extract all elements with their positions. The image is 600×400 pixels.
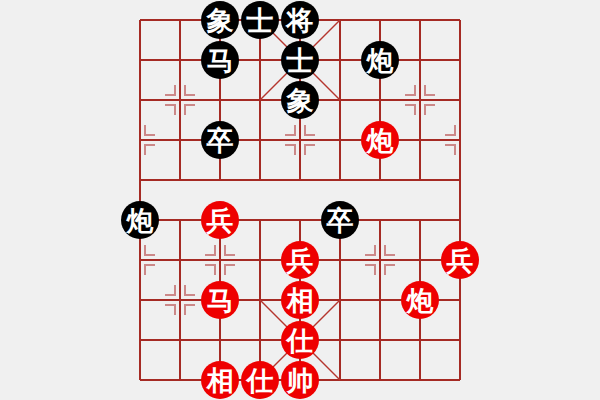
piece-red-pawn[interactable]: 兵: [441, 241, 479, 279]
piece-black-elephant[interactable]: 象: [281, 81, 319, 119]
piece-black-elephant[interactable]: 象: [201, 1, 239, 39]
piece-black-pawn[interactable]: 卒: [201, 121, 239, 159]
piece-black-advisor[interactable]: 士: [241, 1, 279, 39]
piece-black-horse[interactable]: 马: [201, 41, 239, 79]
piece-red-horse[interactable]: 马: [201, 281, 239, 319]
piece-black-pawn[interactable]: 卒: [321, 201, 359, 239]
piece-red-cannon[interactable]: 炮: [361, 121, 399, 159]
xiangqi-board-area: 象士将马士炮象卒炮炮兵卒兵兵马相炮仕相仕帅: [0, 0, 600, 400]
piece-black-cannon[interactable]: 炮: [121, 201, 159, 239]
piece-black-cannon[interactable]: 炮: [361, 41, 399, 79]
piece-red-general[interactable]: 帅: [281, 361, 319, 399]
piece-red-advisor[interactable]: 仕: [281, 321, 319, 359]
pieces-layer: 象士将马士炮象卒炮炮兵卒兵兵马相炮仕相仕帅: [0, 0, 600, 400]
piece-black-general[interactable]: 将: [281, 1, 319, 39]
piece-red-cannon[interactable]: 炮: [401, 281, 439, 319]
piece-red-advisor[interactable]: 仕: [241, 361, 279, 399]
piece-red-elephant[interactable]: 相: [281, 281, 319, 319]
piece-red-pawn[interactable]: 兵: [201, 201, 239, 239]
piece-red-elephant[interactable]: 相: [201, 361, 239, 399]
piece-red-pawn[interactable]: 兵: [281, 241, 319, 279]
piece-black-advisor[interactable]: 士: [281, 41, 319, 79]
